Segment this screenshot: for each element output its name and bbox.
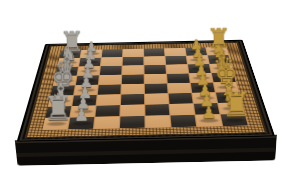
- silver-pawn-glyph: ♟: [69, 105, 95, 123]
- silver-rook[interactable]: ♜: [42, 118, 70, 131]
- gold-pawn-glyph: ♟: [196, 103, 222, 121]
- gold-rook-glyph: ♜: [221, 87, 247, 121]
- gold-pawn[interactable]: ♟: [196, 114, 224, 127]
- pieces-layer: ♜♟♟♜♞♟♟♞♝♟♟♝♛♟♟♛♚♟♟♚♝♟♟♝♞♟♟♞♜♟♟♜: [42, 47, 249, 130]
- case-front: [15, 135, 277, 166]
- silver-rook-glyph: ♜: [43, 90, 69, 124]
- perspective-container: ♜♟♟♜♞♟♟♞♝♟♟♝♛♟♟♛♚♟♟♚♝♟♟♝♞♟♟♞♜♟♟♜: [0, 0, 290, 188]
- chess-set-photo: ♜♟♟♜♞♟♟♞♝♟♟♝♛♟♟♛♚♟♟♚♝♟♟♝♞♟♟♞♜♟♟♜: [0, 0, 290, 188]
- gold-rook[interactable]: ♜: [221, 114, 249, 126]
- silver-pawn[interactable]: ♟: [68, 117, 95, 130]
- chess-set: ♜♟♟♜♞♟♟♞♝♟♟♝♛♟♟♛♚♟♟♚♝♟♟♝♞♟♟♞♜♟♟♜: [19, 41, 272, 141]
